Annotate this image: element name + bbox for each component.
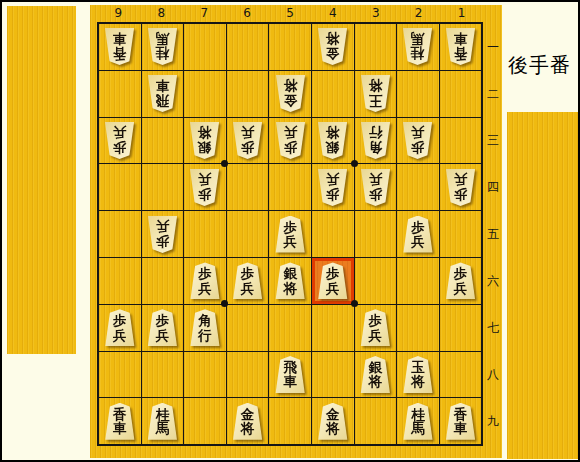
rank-label-7: 七 bbox=[484, 305, 502, 352]
square-3-7[interactable]: 歩兵 bbox=[355, 305, 397, 351]
piece-gote-knight[interactable]: 桂馬 bbox=[147, 28, 178, 65]
piece-face: 銀将 bbox=[317, 122, 348, 159]
hoshi-dot bbox=[351, 160, 358, 167]
file-labels: 987654321 bbox=[97, 5, 483, 21]
piece-face: 金将 bbox=[317, 403, 348, 440]
square-2-9[interactable]: 桂馬 bbox=[397, 398, 439, 444]
piece-face: 桂馬 bbox=[147, 28, 178, 65]
square-9-2[interactable] bbox=[99, 71, 141, 117]
piece-gote-silver[interactable]: 銀将 bbox=[189, 122, 220, 159]
piece-face: 桂馬 bbox=[402, 28, 433, 65]
piece-face: 飛車 bbox=[275, 356, 306, 393]
piece-sente-king[interactable]: 玉将 bbox=[402, 356, 433, 393]
square-1-3[interactable] bbox=[440, 118, 482, 164]
square-4-3[interactable]: 銀将 bbox=[312, 118, 354, 164]
square-4-4[interactable]: 歩兵 bbox=[312, 164, 354, 210]
piece-face: 歩兵 bbox=[104, 122, 135, 159]
piece-gote-pawn[interactable]: 歩兵 bbox=[147, 216, 178, 253]
square-4-1[interactable]: 金将 bbox=[312, 24, 354, 70]
piece-face: 香車 bbox=[104, 403, 135, 440]
piece-face: 銀将 bbox=[275, 262, 306, 299]
piece-face: 香車 bbox=[104, 28, 135, 65]
square-1-4[interactable]: 歩兵 bbox=[440, 164, 482, 210]
square-4-6[interactable]: 歩兵 bbox=[312, 258, 354, 304]
piece-sente-lance[interactable]: 香車 bbox=[104, 403, 135, 440]
square-3-6[interactable] bbox=[355, 258, 397, 304]
square-8-4[interactable] bbox=[142, 164, 184, 210]
piece-face: 銀将 bbox=[189, 122, 220, 159]
file-label-1: 1 bbox=[440, 5, 483, 21]
square-5-1[interactable] bbox=[269, 24, 311, 70]
square-3-2[interactable]: 王将 bbox=[355, 71, 397, 117]
square-1-8[interactable] bbox=[440, 352, 482, 398]
piece-face: 歩兵 bbox=[147, 309, 178, 346]
piece-face: 飛車 bbox=[147, 75, 178, 112]
piece-face: 歩兵 bbox=[189, 169, 220, 206]
piece-gote-pawn[interactable]: 歩兵 bbox=[104, 122, 135, 159]
piece-face: 王将 bbox=[360, 75, 391, 112]
square-2-8[interactable]: 玉将 bbox=[397, 352, 439, 398]
piece-gote-pawn[interactable]: 歩兵 bbox=[360, 169, 391, 206]
square-6-7[interactable] bbox=[227, 305, 269, 351]
piece-sente-pawn[interactable]: 歩兵 bbox=[317, 262, 348, 299]
square-9-3[interactable]: 歩兵 bbox=[99, 118, 141, 164]
square-8-1[interactable]: 桂馬 bbox=[142, 24, 184, 70]
shogi-board[interactable]: 香車桂馬金将桂馬香車飛車金将王将歩兵銀将歩兵歩兵銀将角行歩兵歩兵歩兵歩兵歩兵歩兵… bbox=[97, 22, 483, 446]
square-1-2[interactable] bbox=[440, 71, 482, 117]
square-6-6[interactable]: 歩兵 bbox=[227, 258, 269, 304]
square-3-4[interactable]: 歩兵 bbox=[355, 164, 397, 210]
piece-gote-bishop[interactable]: 角行 bbox=[360, 122, 391, 159]
square-8-8[interactable] bbox=[142, 352, 184, 398]
square-6-5[interactable] bbox=[227, 211, 269, 257]
piece-sente-knight[interactable]: 桂馬 bbox=[402, 403, 433, 440]
square-9-7[interactable]: 歩兵 bbox=[99, 305, 141, 351]
square-5-2[interactable]: 金将 bbox=[269, 71, 311, 117]
piece-sente-knight[interactable]: 桂馬 bbox=[147, 403, 178, 440]
piece-face: 歩兵 bbox=[360, 309, 391, 346]
rank-label-3: 三 bbox=[484, 118, 502, 165]
rank-label-8: 八 bbox=[484, 352, 502, 399]
piece-face: 歩兵 bbox=[360, 169, 391, 206]
piece-sente-silver[interactable]: 銀将 bbox=[275, 262, 306, 299]
rank-label-5: 五 bbox=[484, 211, 502, 258]
piece-sente-gold[interactable]: 金将 bbox=[317, 403, 348, 440]
square-1-1[interactable]: 香車 bbox=[440, 24, 482, 70]
square-8-5[interactable]: 歩兵 bbox=[142, 211, 184, 257]
piece-gote-pawn[interactable]: 歩兵 bbox=[189, 169, 220, 206]
piece-sente-pawn[interactable]: 歩兵 bbox=[445, 262, 476, 299]
square-5-5[interactable]: 歩兵 bbox=[269, 211, 311, 257]
piece-face: 桂馬 bbox=[402, 403, 433, 440]
square-2-7[interactable] bbox=[397, 305, 439, 351]
square-1-5[interactable] bbox=[440, 211, 482, 257]
piece-face: 歩兵 bbox=[402, 122, 433, 159]
square-4-5[interactable] bbox=[312, 211, 354, 257]
square-9-9[interactable]: 香車 bbox=[99, 398, 141, 444]
square-5-6[interactable]: 銀将 bbox=[269, 258, 311, 304]
piece-gote-gold[interactable]: 金将 bbox=[275, 75, 306, 112]
piece-face: 金将 bbox=[275, 75, 306, 112]
piece-face: 香車 bbox=[445, 28, 476, 65]
rank-label-4: 四 bbox=[484, 164, 502, 211]
piece-sente-pawn[interactable]: 歩兵 bbox=[275, 216, 306, 253]
rank-labels: 一二三四五六七八九 bbox=[484, 24, 502, 445]
piece-sente-silver[interactable]: 銀将 bbox=[360, 356, 391, 393]
square-9-4[interactable] bbox=[99, 164, 141, 210]
square-8-6[interactable] bbox=[142, 258, 184, 304]
file-label-2: 2 bbox=[397, 5, 440, 21]
square-7-7[interactable]: 角行 bbox=[184, 305, 226, 351]
square-7-8[interactable] bbox=[184, 352, 226, 398]
file-label-7: 7 bbox=[183, 5, 226, 21]
piece-face: 歩兵 bbox=[445, 262, 476, 299]
square-3-8[interactable]: 銀将 bbox=[355, 352, 397, 398]
rank-label-6: 六 bbox=[484, 258, 502, 305]
piece-sente-gold[interactable]: 金将 bbox=[232, 403, 263, 440]
piece-face: 銀将 bbox=[360, 356, 391, 393]
square-8-3[interactable] bbox=[142, 118, 184, 164]
piece-face: 角行 bbox=[360, 122, 391, 159]
hoshi-dot bbox=[351, 300, 358, 307]
sente-captured-pieces-stand[interactable] bbox=[507, 112, 579, 459]
square-7-5[interactable] bbox=[184, 211, 226, 257]
piece-gote-lance[interactable]: 香車 bbox=[104, 28, 135, 65]
rank-label-2: 二 bbox=[484, 71, 502, 118]
square-7-3[interactable]: 銀将 bbox=[184, 118, 226, 164]
piece-sente-lance[interactable]: 香車 bbox=[445, 403, 476, 440]
piece-face: 歩兵 bbox=[275, 216, 306, 253]
file-label-8: 8 bbox=[140, 5, 183, 21]
square-7-1[interactable] bbox=[184, 24, 226, 70]
file-label-5: 5 bbox=[269, 5, 312, 21]
piece-sente-pawn[interactable]: 歩兵 bbox=[360, 309, 391, 346]
piece-face: 桂馬 bbox=[147, 403, 178, 440]
square-5-8[interactable]: 飛車 bbox=[269, 352, 311, 398]
square-6-9[interactable]: 金将 bbox=[227, 398, 269, 444]
piece-gote-pawn[interactable]: 歩兵 bbox=[317, 169, 348, 206]
square-6-2[interactable] bbox=[227, 71, 269, 117]
piece-face: 歩兵 bbox=[317, 169, 348, 206]
file-label-4: 4 bbox=[311, 5, 354, 21]
square-5-3[interactable]: 歩兵 bbox=[269, 118, 311, 164]
square-7-6[interactable]: 歩兵 bbox=[184, 258, 226, 304]
piece-sente-bishop[interactable]: 角行 bbox=[189, 309, 220, 346]
piece-face: 歩兵 bbox=[232, 122, 263, 159]
piece-face: 歩兵 bbox=[275, 122, 306, 159]
piece-face: 歩兵 bbox=[317, 262, 348, 299]
square-8-7[interactable]: 歩兵 bbox=[142, 305, 184, 351]
shogi-app-window: 987654321 一二三四五六七八九 香車桂馬金将桂馬香車飛車金将王将歩兵銀将… bbox=[0, 0, 580, 462]
square-7-2[interactable] bbox=[184, 71, 226, 117]
piece-face: 歩兵 bbox=[104, 309, 135, 346]
square-5-9[interactable] bbox=[269, 398, 311, 444]
piece-sente-pawn[interactable]: 歩兵 bbox=[147, 309, 178, 346]
square-3-5[interactable] bbox=[355, 211, 397, 257]
square-2-2[interactable] bbox=[397, 71, 439, 117]
square-5-7[interactable] bbox=[269, 305, 311, 351]
piece-sente-rook[interactable]: 飛車 bbox=[275, 356, 306, 393]
square-2-4[interactable] bbox=[397, 164, 439, 210]
piece-sente-pawn[interactable]: 歩兵 bbox=[104, 309, 135, 346]
piece-face: 歩兵 bbox=[147, 216, 178, 253]
piece-face: 金将 bbox=[317, 28, 348, 65]
piece-gote-pawn[interactable]: 歩兵 bbox=[232, 122, 263, 159]
piece-gote-king[interactable]: 王将 bbox=[360, 75, 391, 112]
file-label-3: 3 bbox=[354, 5, 397, 21]
square-5-4[interactable] bbox=[269, 164, 311, 210]
rank-label-9: 九 bbox=[484, 398, 502, 445]
piece-face: 玉将 bbox=[402, 356, 433, 393]
piece-face: 歩兵 bbox=[232, 262, 263, 299]
square-7-9[interactable] bbox=[184, 398, 226, 444]
square-1-9[interactable]: 香車 bbox=[440, 398, 482, 444]
square-9-6[interactable] bbox=[99, 258, 141, 304]
piece-face: 歩兵 bbox=[189, 262, 220, 299]
piece-face: 香車 bbox=[445, 403, 476, 440]
piece-gote-pawn[interactable]: 歩兵 bbox=[275, 122, 306, 159]
square-9-8[interactable] bbox=[99, 352, 141, 398]
hoshi-dot bbox=[221, 300, 228, 307]
gote-captured-pieces-stand[interactable] bbox=[7, 6, 76, 354]
piece-sente-pawn[interactable]: 歩兵 bbox=[232, 262, 263, 299]
square-9-1[interactable]: 香車 bbox=[99, 24, 141, 70]
piece-gote-lance[interactable]: 香車 bbox=[445, 28, 476, 65]
square-4-2[interactable] bbox=[312, 71, 354, 117]
piece-gote-pawn[interactable]: 歩兵 bbox=[445, 169, 476, 206]
square-8-9[interactable]: 桂馬 bbox=[142, 398, 184, 444]
piece-face: 歩兵 bbox=[445, 169, 476, 206]
square-4-7[interactable] bbox=[312, 305, 354, 351]
piece-gote-pawn[interactable]: 歩兵 bbox=[402, 122, 433, 159]
piece-sente-pawn[interactable]: 歩兵 bbox=[402, 216, 433, 253]
rank-label-1: 一 bbox=[484, 24, 502, 71]
square-2-6[interactable] bbox=[397, 258, 439, 304]
piece-gote-silver[interactable]: 銀将 bbox=[317, 122, 348, 159]
square-8-2[interactable]: 飛車 bbox=[142, 71, 184, 117]
square-4-8[interactable] bbox=[312, 352, 354, 398]
hoshi-dot bbox=[221, 160, 228, 167]
piece-gote-rook[interactable]: 飛車 bbox=[147, 75, 178, 112]
square-3-1[interactable] bbox=[355, 24, 397, 70]
piece-face: 歩兵 bbox=[402, 216, 433, 253]
piece-sente-pawn[interactable]: 歩兵 bbox=[189, 262, 220, 299]
file-label-9: 9 bbox=[97, 5, 140, 21]
file-label-6: 6 bbox=[226, 5, 269, 21]
square-4-9[interactable]: 金将 bbox=[312, 398, 354, 444]
square-9-5[interactable] bbox=[99, 211, 141, 257]
square-2-3[interactable]: 歩兵 bbox=[397, 118, 439, 164]
square-6-8[interactable] bbox=[227, 352, 269, 398]
square-7-4[interactable]: 歩兵 bbox=[184, 164, 226, 210]
piece-face: 角行 bbox=[189, 309, 220, 346]
square-3-9[interactable] bbox=[355, 398, 397, 444]
square-6-4[interactable] bbox=[227, 164, 269, 210]
piece-gote-gold[interactable]: 金将 bbox=[317, 28, 348, 65]
square-3-3[interactable]: 角行 bbox=[355, 118, 397, 164]
turn-indicator: 後手番 bbox=[508, 52, 571, 79]
square-6-3[interactable]: 歩兵 bbox=[227, 118, 269, 164]
square-2-1[interactable]: 桂馬 bbox=[397, 24, 439, 70]
square-1-6[interactable]: 歩兵 bbox=[440, 258, 482, 304]
square-6-1[interactable] bbox=[227, 24, 269, 70]
square-2-5[interactable]: 歩兵 bbox=[397, 211, 439, 257]
square-1-7[interactable] bbox=[440, 305, 482, 351]
piece-face: 金将 bbox=[232, 403, 263, 440]
piece-gote-knight[interactable]: 桂馬 bbox=[402, 28, 433, 65]
